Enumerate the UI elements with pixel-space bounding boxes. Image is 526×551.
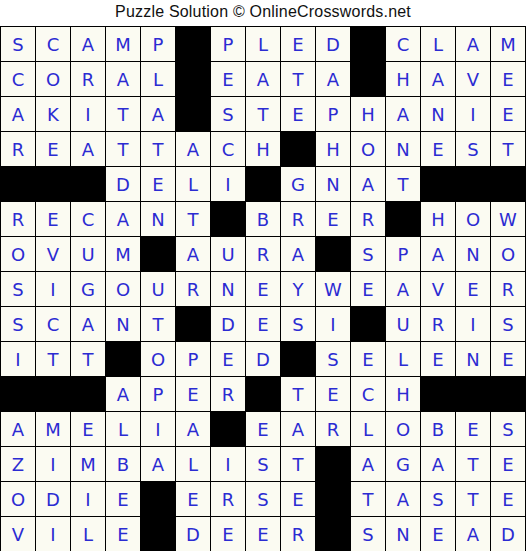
grid-cell: P xyxy=(141,377,175,411)
grid-cell: C xyxy=(1,62,35,96)
grid-cell: A xyxy=(351,447,385,481)
grid-cell: U xyxy=(71,237,105,271)
grid-cell: R xyxy=(246,237,280,271)
grid-cell: P xyxy=(176,342,210,376)
grid-cell: A xyxy=(176,237,210,271)
grid-cell: I xyxy=(36,272,70,306)
grid-cell: E xyxy=(421,517,455,551)
black-cell xyxy=(281,342,315,376)
grid-cell: I xyxy=(36,517,70,551)
grid-cell: H xyxy=(351,97,385,131)
grid-cell: B xyxy=(421,412,455,446)
grid-cell: A xyxy=(1,97,35,131)
grid-cell: I xyxy=(211,167,245,201)
grid-cell: L xyxy=(421,27,455,61)
grid-cell: R xyxy=(316,412,350,446)
grid-cell: A xyxy=(176,132,210,166)
grid-cell: N xyxy=(456,342,490,376)
grid-cell: R xyxy=(281,517,315,551)
grid-cell: H xyxy=(386,377,420,411)
grid-cell: T xyxy=(281,62,315,96)
grid-cell: E xyxy=(491,342,525,376)
grid-cell: E xyxy=(246,307,280,341)
grid-cell: E xyxy=(316,377,350,411)
grid-cell: N xyxy=(141,202,175,236)
grid-cell: A xyxy=(316,62,350,96)
grid-cell: O xyxy=(1,237,35,271)
grid-cell: E xyxy=(36,132,70,166)
grid-cell: O xyxy=(491,237,525,271)
grid-cell: R xyxy=(281,202,315,236)
grid-cell: R xyxy=(176,272,210,306)
black-cell xyxy=(176,307,210,341)
grid-cell: L xyxy=(106,412,140,446)
grid-cell: D xyxy=(211,307,245,341)
grid-cell: E xyxy=(351,342,385,376)
grid-cell: L xyxy=(386,342,420,376)
grid-cell: I xyxy=(456,307,490,341)
grid-cell: A xyxy=(1,412,35,446)
grid-cell: W xyxy=(316,272,350,306)
grid-cell: D xyxy=(491,517,525,551)
grid-cell: A xyxy=(421,237,455,271)
grid-cell: I xyxy=(36,447,70,481)
black-cell xyxy=(71,167,105,201)
grid-cell: N xyxy=(211,272,245,306)
grid-cell: N xyxy=(421,97,455,131)
grid-cell: V xyxy=(36,237,70,271)
grid-cell: N xyxy=(316,167,350,201)
grid-cell: C xyxy=(351,377,385,411)
grid-cell: H xyxy=(316,132,350,166)
grid-cell: A xyxy=(106,62,140,96)
grid-cell: M xyxy=(106,27,140,61)
grid-cell: S xyxy=(316,342,350,376)
black-cell xyxy=(246,167,280,201)
grid-cell: L xyxy=(176,167,210,201)
grid-cell: Y xyxy=(281,272,315,306)
grid-cell: T xyxy=(106,97,140,131)
grid-cell: T xyxy=(176,202,210,236)
grid-cell: E xyxy=(176,377,210,411)
grid-cell: E xyxy=(36,202,70,236)
grid-cell: E xyxy=(456,412,490,446)
grid-cell: A xyxy=(386,97,420,131)
black-cell xyxy=(141,517,175,551)
black-cell xyxy=(386,202,420,236)
grid-cell: G xyxy=(281,167,315,201)
grid-cell: I xyxy=(141,412,175,446)
grid-cell: A xyxy=(71,27,105,61)
black-cell xyxy=(211,202,245,236)
grid-cell: N xyxy=(106,307,140,341)
grid-cell: T xyxy=(36,342,70,376)
grid-cell: E xyxy=(106,517,140,551)
grid-cell: A xyxy=(141,447,175,481)
grid-cell: E xyxy=(211,517,245,551)
grid-cell: E xyxy=(106,482,140,516)
grid-cell: A xyxy=(281,237,315,271)
puzzle-solution-page: Puzzle Solution © OnlineCrosswords.net S… xyxy=(0,0,526,551)
black-cell xyxy=(36,377,70,411)
grid-cell: C xyxy=(36,307,70,341)
grid-cell: L xyxy=(246,27,280,61)
grid-cell: R xyxy=(1,132,35,166)
grid-cell: O xyxy=(456,202,490,236)
black-cell xyxy=(316,447,350,481)
grid-cell: H xyxy=(246,132,280,166)
black-cell xyxy=(351,27,385,61)
grid-cell: A xyxy=(421,447,455,481)
grid-cell: S xyxy=(281,307,315,341)
grid-cell: R xyxy=(351,202,385,236)
grid-cell: S xyxy=(1,272,35,306)
grid-cell: A xyxy=(246,62,280,96)
grid-cell: S xyxy=(456,132,490,166)
grid-cell: E xyxy=(176,482,210,516)
grid-cell: T xyxy=(141,307,175,341)
black-cell xyxy=(456,377,490,411)
black-cell xyxy=(491,167,525,201)
grid-cell: C xyxy=(71,202,105,236)
grid-cell: D xyxy=(316,27,350,61)
grid-cell: N xyxy=(456,237,490,271)
grid-cell: A xyxy=(71,307,105,341)
grid-cell: V xyxy=(1,517,35,551)
grid-cell: A xyxy=(351,167,385,201)
grid-cell: N xyxy=(386,517,420,551)
grid-cell: O xyxy=(106,272,140,306)
grid-cell: R xyxy=(211,482,245,516)
grid-cell: T xyxy=(106,132,140,166)
grid-cell: E xyxy=(246,517,280,551)
black-cell xyxy=(141,482,175,516)
grid-cell: I xyxy=(456,97,490,131)
grid-cell: R xyxy=(211,377,245,411)
grid-cell: E xyxy=(421,132,455,166)
grid-cell: K xyxy=(36,97,70,131)
grid-cell: T xyxy=(281,447,315,481)
grid-cell: P xyxy=(386,237,420,271)
grid-cell: D xyxy=(246,342,280,376)
grid-cell: G xyxy=(71,272,105,306)
grid-cell: E xyxy=(281,27,315,61)
black-cell xyxy=(316,237,350,271)
grid-cell: E xyxy=(491,482,525,516)
grid-cell: E xyxy=(491,62,525,96)
grid-cell: I xyxy=(211,447,245,481)
black-cell xyxy=(36,167,70,201)
grid-cell: S xyxy=(246,482,280,516)
grid-cell: A xyxy=(421,62,455,96)
grid-cell: O xyxy=(1,482,35,516)
black-cell xyxy=(246,377,280,411)
black-cell xyxy=(71,377,105,411)
grid-cell: R xyxy=(421,307,455,341)
grid-cell: L xyxy=(141,62,175,96)
grid-cell: A xyxy=(456,27,490,61)
black-cell xyxy=(176,62,210,96)
grid-cell: L xyxy=(176,447,210,481)
grid-cell: T xyxy=(141,132,175,166)
grid-cell: H xyxy=(421,202,455,236)
black-cell xyxy=(421,377,455,411)
grid-cell: R xyxy=(71,62,105,96)
grid-cell: O xyxy=(141,342,175,376)
grid-cell: S xyxy=(246,447,280,481)
grid-cell: R xyxy=(1,202,35,236)
grid-cell: S xyxy=(491,307,525,341)
grid-cell: W xyxy=(491,202,525,236)
grid-cell: B xyxy=(106,447,140,481)
black-cell xyxy=(491,377,525,411)
grid-cell: A xyxy=(386,482,420,516)
black-cell xyxy=(141,237,175,271)
grid-cell: U xyxy=(211,237,245,271)
grid-cell: P xyxy=(316,97,350,131)
grid-cell: V xyxy=(456,62,490,96)
black-cell xyxy=(211,412,245,446)
grid-cell: I xyxy=(71,97,105,131)
grid-cell: C xyxy=(211,132,245,166)
grid-cell: P xyxy=(141,27,175,61)
grid-cell: A xyxy=(71,132,105,166)
grid-cell: L xyxy=(351,412,385,446)
grid-cell: E xyxy=(316,202,350,236)
black-cell xyxy=(316,482,350,516)
grid-cell: L xyxy=(71,517,105,551)
grid-cell: S xyxy=(1,307,35,341)
grid-cell: B xyxy=(246,202,280,236)
grid-cell: S xyxy=(351,237,385,271)
grid-cell: O xyxy=(386,412,420,446)
grid-cell: E xyxy=(141,167,175,201)
grid-cell: T xyxy=(281,377,315,411)
grid-cell: E xyxy=(421,342,455,376)
grid-cell: C xyxy=(386,27,420,61)
grid-cell: H xyxy=(386,62,420,96)
grid-cell: A xyxy=(386,272,420,306)
grid-cell: T xyxy=(456,447,490,481)
grid-cell: I xyxy=(1,342,35,376)
black-cell xyxy=(176,27,210,61)
grid-cell: M xyxy=(71,447,105,481)
grid-cell: D xyxy=(106,167,140,201)
grid-cell: G xyxy=(386,447,420,481)
grid-cell: R xyxy=(491,272,525,306)
grid-cell: A xyxy=(176,412,210,446)
grid-cell: O xyxy=(351,132,385,166)
grid-cell: E xyxy=(71,412,105,446)
grid-cell: T xyxy=(71,342,105,376)
grid-cell: M xyxy=(491,27,525,61)
grid-cell: V xyxy=(421,272,455,306)
grid-cell: E xyxy=(491,447,525,481)
grid-cell: E xyxy=(351,272,385,306)
grid-cell: E xyxy=(211,62,245,96)
grid-cell: A xyxy=(281,412,315,446)
grid-cell: A xyxy=(456,517,490,551)
grid-cell: E xyxy=(246,412,280,446)
grid-cell: Z xyxy=(1,447,35,481)
black-cell xyxy=(456,167,490,201)
grid-cell: P xyxy=(211,27,245,61)
black-cell xyxy=(1,167,35,201)
grid-cell: T xyxy=(351,482,385,516)
grid-cell: I xyxy=(316,307,350,341)
grid-cell: A xyxy=(106,377,140,411)
grid-cell: O xyxy=(36,62,70,96)
grid-cell: E xyxy=(246,272,280,306)
grid-cell: S xyxy=(421,482,455,516)
grid-cell: E xyxy=(491,97,525,131)
grid-cell: A xyxy=(141,97,175,131)
grid-cell: E xyxy=(281,482,315,516)
grid-cell: N xyxy=(386,132,420,166)
grid-cell: D xyxy=(36,482,70,516)
grid-cell: M xyxy=(106,237,140,271)
grid-cell: S xyxy=(351,517,385,551)
black-cell xyxy=(351,307,385,341)
grid-cell: T xyxy=(491,132,525,166)
grid-cell: D xyxy=(176,517,210,551)
black-cell xyxy=(351,62,385,96)
black-cell xyxy=(106,342,140,376)
grid-cell: E xyxy=(211,342,245,376)
grid-cell: U xyxy=(141,272,175,306)
grid-cell: E xyxy=(281,97,315,131)
black-cell xyxy=(281,132,315,166)
black-cell xyxy=(421,167,455,201)
grid-cell: S xyxy=(211,97,245,131)
grid-cell: C xyxy=(36,27,70,61)
grid-cell: T xyxy=(246,97,280,131)
grid-cell: M xyxy=(36,412,70,446)
grid-cell: T xyxy=(386,167,420,201)
grid-cell: I xyxy=(71,482,105,516)
black-cell xyxy=(316,517,350,551)
page-title: Puzzle Solution © OnlineCrosswords.net xyxy=(0,0,526,26)
grid-cell: S xyxy=(1,27,35,61)
grid-cell: E xyxy=(456,272,490,306)
black-cell xyxy=(1,377,35,411)
grid-cell: T xyxy=(456,482,490,516)
black-cell xyxy=(176,97,210,131)
grid-cell: S xyxy=(491,412,525,446)
grid-cell: U xyxy=(386,307,420,341)
grid-cell: A xyxy=(106,202,140,236)
crossword-grid: SCAMPPLEDCLAMCORALEATAHAVEAKITASTEPHANIE… xyxy=(0,26,526,551)
